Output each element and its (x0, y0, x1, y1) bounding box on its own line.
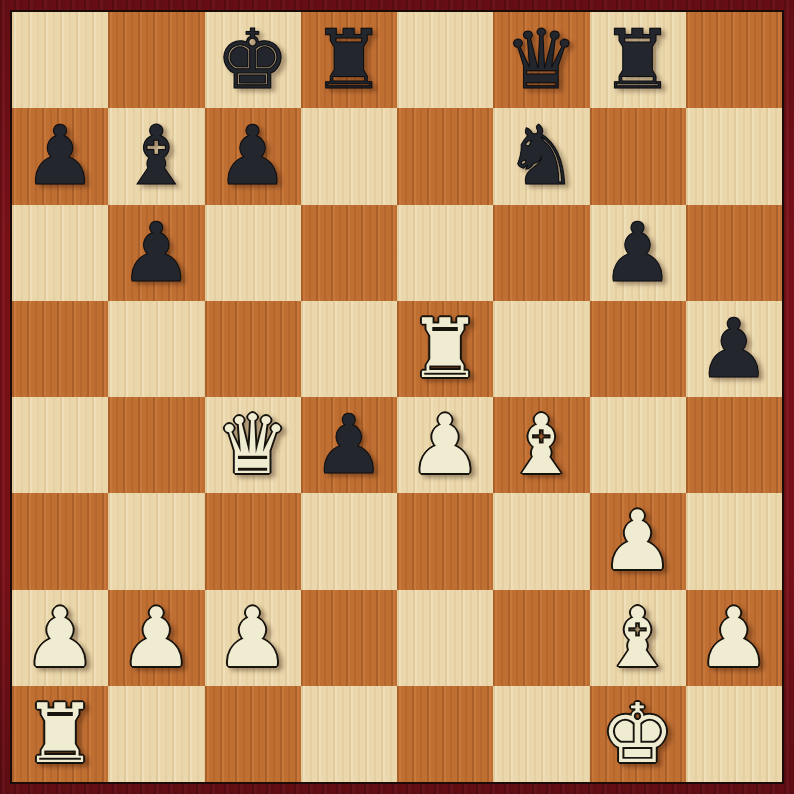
square-h1[interactable] (686, 686, 782, 782)
square-b3[interactable] (108, 493, 204, 589)
square-c6[interactable] (205, 205, 301, 301)
piece-white-rook[interactable]: ♜ (408, 308, 482, 390)
square-c4[interactable]: ♛ (205, 397, 301, 493)
square-f6[interactable] (493, 205, 589, 301)
square-a6[interactable] (12, 205, 108, 301)
square-a8[interactable] (12, 12, 108, 108)
square-a5[interactable] (12, 301, 108, 397)
piece-white-pawn[interactable]: ♟ (408, 404, 482, 486)
piece-black-rook[interactable]: ♜ (312, 19, 386, 101)
piece-black-king[interactable]: ♚ (216, 19, 290, 101)
square-g7[interactable] (590, 108, 686, 204)
piece-white-rook[interactable]: ♜ (23, 693, 97, 775)
square-f3[interactable] (493, 493, 589, 589)
piece-black-pawn[interactable]: ♟ (601, 212, 675, 294)
square-a7[interactable]: ♟ (12, 108, 108, 204)
square-d7[interactable] (301, 108, 397, 204)
square-f8[interactable]: ♛ (493, 12, 589, 108)
square-c8[interactable]: ♚ (205, 12, 301, 108)
piece-white-pawn[interactable]: ♟ (601, 500, 675, 582)
piece-white-king[interactable]: ♚ (601, 693, 675, 775)
piece-black-pawn[interactable]: ♟ (120, 212, 194, 294)
square-h2[interactable]: ♟ (686, 590, 782, 686)
square-e2[interactable] (397, 590, 493, 686)
square-h3[interactable] (686, 493, 782, 589)
square-d2[interactable] (301, 590, 397, 686)
piece-black-queen[interactable]: ♛ (505, 19, 579, 101)
piece-black-pawn[interactable]: ♟ (23, 115, 97, 197)
square-c5[interactable] (205, 301, 301, 397)
piece-black-pawn[interactable]: ♟ (216, 115, 290, 197)
square-b8[interactable] (108, 12, 204, 108)
piece-white-pawn[interactable]: ♟ (23, 597, 97, 679)
square-b4[interactable] (108, 397, 204, 493)
square-g2[interactable]: ♝ (590, 590, 686, 686)
piece-white-bishop[interactable]: ♝ (505, 404, 579, 486)
square-e8[interactable] (397, 12, 493, 108)
square-e3[interactable] (397, 493, 493, 589)
square-b1[interactable] (108, 686, 204, 782)
square-f4[interactable]: ♝ (493, 397, 589, 493)
piece-black-bishop[interactable]: ♝ (120, 115, 194, 197)
square-g8[interactable]: ♜ (590, 12, 686, 108)
square-g4[interactable] (590, 397, 686, 493)
square-c2[interactable]: ♟ (205, 590, 301, 686)
square-a2[interactable]: ♟ (12, 590, 108, 686)
square-e7[interactable] (397, 108, 493, 204)
square-c3[interactable] (205, 493, 301, 589)
piece-white-queen[interactable]: ♛ (216, 404, 290, 486)
chess-board: ♚♜♛♜♟♝♟♞♟♟♜♟♛♟♟♝♟♟♟♟♝♟♜♚ (10, 10, 784, 784)
square-a4[interactable] (12, 397, 108, 493)
piece-white-pawn[interactable]: ♟ (216, 597, 290, 679)
square-b2[interactable]: ♟ (108, 590, 204, 686)
board-frame: ♚♜♛♜♟♝♟♞♟♟♜♟♛♟♟♝♟♟♟♟♝♟♜♚ (0, 0, 794, 794)
square-a3[interactable] (12, 493, 108, 589)
square-f2[interactable] (493, 590, 589, 686)
piece-white-bishop[interactable]: ♝ (601, 597, 675, 679)
square-h8[interactable] (686, 12, 782, 108)
square-d1[interactable] (301, 686, 397, 782)
square-b7[interactable]: ♝ (108, 108, 204, 204)
piece-white-pawn[interactable]: ♟ (697, 597, 771, 679)
square-b6[interactable]: ♟ (108, 205, 204, 301)
piece-black-knight[interactable]: ♞ (505, 115, 579, 197)
square-f7[interactable]: ♞ (493, 108, 589, 204)
square-e1[interactable] (397, 686, 493, 782)
square-h4[interactable] (686, 397, 782, 493)
square-g3[interactable]: ♟ (590, 493, 686, 589)
square-g6[interactable]: ♟ (590, 205, 686, 301)
square-e6[interactable] (397, 205, 493, 301)
piece-black-pawn[interactable]: ♟ (697, 308, 771, 390)
square-d6[interactable] (301, 205, 397, 301)
square-f1[interactable] (493, 686, 589, 782)
square-g5[interactable] (590, 301, 686, 397)
square-e5[interactable]: ♜ (397, 301, 493, 397)
square-h7[interactable] (686, 108, 782, 204)
square-h5[interactable]: ♟ (686, 301, 782, 397)
piece-black-rook[interactable]: ♜ (601, 19, 675, 101)
piece-white-pawn[interactable]: ♟ (120, 597, 194, 679)
square-c1[interactable] (205, 686, 301, 782)
square-h6[interactable] (686, 205, 782, 301)
square-g1[interactable]: ♚ (590, 686, 686, 782)
square-c7[interactable]: ♟ (205, 108, 301, 204)
square-a1[interactable]: ♜ (12, 686, 108, 782)
piece-black-pawn[interactable]: ♟ (312, 404, 386, 486)
square-d8[interactable]: ♜ (301, 12, 397, 108)
square-d3[interactable] (301, 493, 397, 589)
square-b5[interactable] (108, 301, 204, 397)
square-d5[interactable] (301, 301, 397, 397)
square-f5[interactable] (493, 301, 589, 397)
square-e4[interactable]: ♟ (397, 397, 493, 493)
square-d4[interactable]: ♟ (301, 397, 397, 493)
